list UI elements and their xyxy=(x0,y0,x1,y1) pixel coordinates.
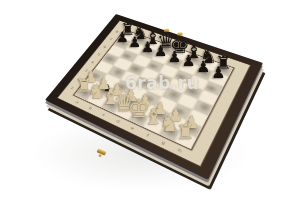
pieces-layer: ♜♞♝♛♚♝♞♜♟♟♟♟♟♟♟♟♟♟♟♟♟♟♟♟♜♞♝♛♚♝♞♜♟ xyxy=(0,0,300,199)
photo-canvas: abcdefgh 87654321 ♜♞♝♛♚♝♞♜♟♟♟♟♟♟♟♟♟♟♟♟♟♟… xyxy=(0,0,300,199)
piece-black-pawn-h7[interactable]: ♟ xyxy=(211,65,225,81)
watermark: 6rab.ru xyxy=(125,73,199,93)
piece-black-pawn-e7[interactable]: ♟ xyxy=(168,49,182,64)
piece-black-pawn-c7[interactable]: ♟ xyxy=(141,40,154,55)
piece-black-pawn-d7[interactable]: ♟ xyxy=(154,44,167,59)
piece-black-pawn-b7[interactable]: ♟ xyxy=(128,35,141,50)
piece-white-rook-h1[interactable]: ♜ xyxy=(176,122,194,143)
gold-crown xyxy=(177,33,182,36)
piece-black-pawn-f7[interactable]: ♟ xyxy=(182,54,196,70)
gold-crown xyxy=(164,29,169,32)
piece-black-pawn-a7[interactable]: ♟ xyxy=(116,31,129,45)
